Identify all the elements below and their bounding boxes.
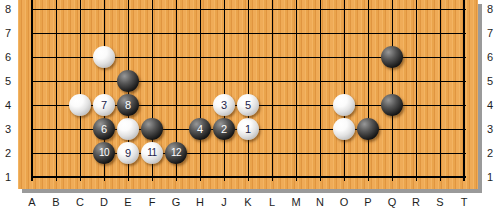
row-label-left: 5 xyxy=(5,76,11,87)
move-number: 6 xyxy=(101,124,107,135)
column-label: L xyxy=(269,197,275,208)
grid-line-horizontal xyxy=(32,81,466,82)
grid-line-horizontal xyxy=(32,9,466,10)
white-stone-D6[interactable] xyxy=(93,46,115,68)
row-label-right: 2 xyxy=(487,148,493,159)
row-label-left: 6 xyxy=(5,52,11,63)
column-label: N xyxy=(316,197,324,208)
row-label-left: 1 xyxy=(5,172,11,183)
row-label-right: 5 xyxy=(487,76,493,87)
black-stone-D2[interactable]: 10 xyxy=(93,142,115,164)
row-label-left: 2 xyxy=(5,148,11,159)
move-number: 7 xyxy=(101,100,107,111)
move-number: 1 xyxy=(245,124,251,135)
white-stone-E2[interactable]: 9 xyxy=(117,142,139,164)
column-label: T xyxy=(461,197,468,208)
column-label: Q xyxy=(388,197,397,208)
black-stone-Q6[interactable] xyxy=(381,46,403,68)
black-stone-E5[interactable] xyxy=(117,70,139,92)
column-label: E xyxy=(124,197,131,208)
grid-line-horizontal xyxy=(32,176,466,178)
move-number: 5 xyxy=(245,100,251,111)
move-number: 12 xyxy=(171,148,181,158)
black-stone-P3[interactable] xyxy=(357,118,379,140)
row-label-left: 4 xyxy=(5,100,11,111)
white-stone-E3[interactable] xyxy=(117,118,139,140)
row-label-right: 4 xyxy=(487,100,493,111)
go-diagram: 8765432187654321ABCDEFGHJKLMNOPQRST12345… xyxy=(0,0,500,212)
move-number: 9 xyxy=(125,148,131,159)
column-label: S xyxy=(436,197,443,208)
column-label: A xyxy=(28,197,35,208)
white-stone-J4[interactable]: 3 xyxy=(213,94,235,116)
column-label: K xyxy=(244,197,251,208)
black-stone-G2[interactable]: 12 xyxy=(165,142,187,164)
row-label-right: 6 xyxy=(487,52,493,63)
row-label-left: 3 xyxy=(5,124,11,135)
row-label-left: 8 xyxy=(5,4,11,15)
move-number: 2 xyxy=(221,124,227,135)
move-number: 3 xyxy=(221,100,227,111)
column-label: R xyxy=(412,197,420,208)
row-label-left: 7 xyxy=(5,28,11,39)
white-stone-O3[interactable] xyxy=(333,118,355,140)
white-stone-K4[interactable]: 5 xyxy=(237,94,259,116)
grid-line-horizontal xyxy=(32,33,466,34)
column-label: B xyxy=(52,197,59,208)
row-label-right: 1 xyxy=(487,172,493,183)
column-label: C xyxy=(76,197,84,208)
column-label: M xyxy=(291,197,300,208)
black-stone-E4[interactable]: 8 xyxy=(117,94,139,116)
column-label: J xyxy=(221,197,227,208)
column-label: F xyxy=(149,197,156,208)
row-label-right: 7 xyxy=(487,28,493,39)
move-number: 10 xyxy=(99,148,109,158)
white-stone-K3[interactable]: 1 xyxy=(237,118,259,140)
move-number: 4 xyxy=(197,124,203,135)
row-label-right: 8 xyxy=(487,4,493,15)
move-number: 8 xyxy=(125,100,131,111)
black-stone-J3[interactable]: 2 xyxy=(213,118,235,140)
black-stone-H3[interactable]: 4 xyxy=(189,118,211,140)
white-stone-D4[interactable]: 7 xyxy=(93,94,115,116)
white-stone-C4[interactable] xyxy=(69,94,91,116)
column-label: D xyxy=(100,197,108,208)
column-label: P xyxy=(364,197,371,208)
column-label: G xyxy=(172,197,181,208)
white-stone-F2[interactable]: 11 xyxy=(141,142,163,164)
column-label: H xyxy=(196,197,204,208)
move-number: 11 xyxy=(147,148,156,158)
white-stone-O4[interactable] xyxy=(333,94,355,116)
row-label-right: 3 xyxy=(487,124,493,135)
black-stone-Q4[interactable] xyxy=(381,94,403,116)
column-label: O xyxy=(340,197,349,208)
black-stone-F3[interactable] xyxy=(141,118,163,140)
black-stone-D3[interactable]: 6 xyxy=(93,118,115,140)
